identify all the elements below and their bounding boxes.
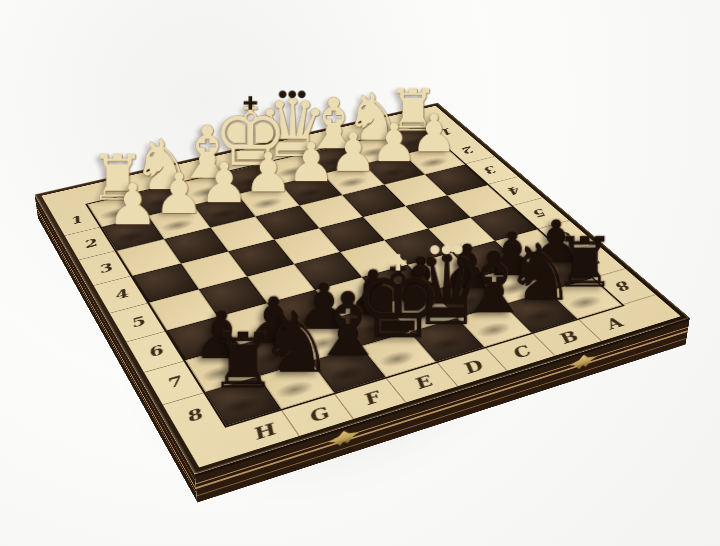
white-pawn-h2[interactable]: ♟ <box>107 176 158 233</box>
board-border: 12345678 12345678 HGFEDCBA ♜♞♝♚♛♝♞♜♟♟♟♟♟… <box>41 106 680 468</box>
white-pawn-f2[interactable]: ♟ <box>199 155 249 210</box>
square-h2[interactable]: ♟ <box>102 216 164 251</box>
white-pawn-g2[interactable]: ♟ <box>154 166 204 222</box>
chessboard: 12345678 12345678 HGFEDCBA ♜♞♝♚♛♝♞♜♟♟♟♟♟… <box>34 103 690 474</box>
clasp-icon <box>568 350 597 372</box>
white-pawn-c2[interactable]: ♟ <box>329 126 377 179</box>
board-frame: 12345678 12345678 HGFEDCBA ♜♞♝♚♛♝♞♜♟♟♟♟♟… <box>34 103 690 474</box>
square-h3[interactable] <box>117 239 181 276</box>
white-pawn-d2[interactable]: ♟ <box>287 135 335 189</box>
scene: 12345678 12345678 HGFEDCBA ♜♞♝♚♛♝♞♜♟♟♟♟♟… <box>0 0 720 546</box>
black-rook-h8[interactable]: ♜ <box>209 324 278 401</box>
white-pawn-b2[interactable]: ♟ <box>371 116 418 169</box>
white-pawn-e2[interactable]: ♟ <box>244 145 293 200</box>
